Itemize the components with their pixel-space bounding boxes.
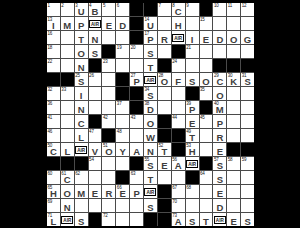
cell-r15c13[interactable]: D (213, 199, 226, 212)
cell-r9c11[interactable]: E (186, 115, 199, 128)
cell-r16c6[interactable] (116, 213, 129, 226)
cell-letter: O (102, 146, 115, 156)
cell-r3c6[interactable] (116, 31, 129, 44)
cell-r12c4[interactable]: 54 (89, 157, 102, 170)
cell-r16c5[interactable]: 72 (102, 213, 115, 226)
cell-r15c14[interactable] (227, 199, 240, 212)
cell-r15c6[interactable] (116, 199, 129, 212)
cell-r1c12 (200, 3, 213, 16)
cell-letter: M (75, 188, 88, 198)
cell-r1c15[interactable]: 12 (241, 3, 254, 16)
cell-r12c14[interactable]: 58 (227, 157, 240, 170)
cell-r2c13[interactable] (213, 17, 226, 30)
cell-letter: P (130, 76, 143, 86)
cell-r4c14[interactable] (227, 45, 240, 58)
cell-letter: B (89, 6, 102, 16)
cell-r13c4[interactable] (89, 171, 102, 184)
cell-letter: E (116, 188, 129, 198)
cell-r14c12[interactable] (200, 185, 213, 198)
cell-r7c2[interactable]: 33 (61, 87, 74, 100)
cell-r14c6[interactable]: 66E (116, 185, 129, 198)
cell-r9c6[interactable] (116, 115, 129, 128)
cell-r4c8[interactable]: S (144, 45, 157, 58)
cell-r13c15[interactable] (241, 171, 254, 184)
cell-r9c13[interactable]: P (213, 115, 226, 128)
cell-r10c8[interactable]: W (144, 129, 157, 142)
cell-r7c13[interactable]: O (213, 87, 226, 100)
cell-r12c13[interactable]: 57S (213, 157, 226, 170)
cell-r5c2[interactable] (61, 59, 74, 72)
cell-r6c5[interactable] (102, 73, 115, 86)
cell-r10c10 (172, 129, 185, 142)
cell-letter: D (213, 202, 226, 212)
cell-r7c10[interactable] (172, 87, 185, 100)
cell-r6c13[interactable]: 29C (213, 73, 226, 86)
cell-letter: M (61, 20, 74, 30)
cell-r1c2[interactable]: 2 (61, 3, 74, 16)
clue-number: 62 (75, 171, 80, 176)
cell-r3c8[interactable]: 17P (144, 31, 157, 44)
cell-r11c9[interactable]: 52T (158, 143, 171, 156)
cell-letter: O (200, 76, 213, 86)
cell-letter: L (47, 216, 60, 226)
clue-number: 16 (48, 31, 53, 36)
cell-letter: C (75, 118, 88, 128)
crossword-app: 123U4B5678C910111213IMPAIRED14UH1516TN17… (0, 0, 300, 228)
cell-r9c14[interactable] (227, 115, 240, 128)
cell-r12c11[interactable]: AIR (186, 157, 199, 170)
cell-r10c14[interactable] (227, 129, 240, 142)
cell-r15c5[interactable] (102, 199, 115, 212)
cell-r11c14 (227, 143, 240, 156)
cell-r2c1[interactable]: 13I (47, 17, 60, 30)
cell-r10c11[interactable]: 49T (186, 129, 199, 142)
cell-r12c10[interactable]: 56A (172, 157, 185, 170)
cell-r7c1[interactable]: 32 (47, 87, 60, 100)
cell-r8c2[interactable] (61, 101, 74, 114)
cell-r15c8[interactable]: S (144, 199, 157, 212)
cell-r12c12 (200, 157, 213, 170)
cell-letter: S (89, 48, 102, 58)
cell-r4c4[interactable]: S (89, 45, 102, 58)
cell-letter: S (75, 76, 88, 86)
cell-r11c5[interactable]: 51O (102, 143, 115, 156)
cell-r2c8[interactable]: 14U (144, 17, 157, 30)
cell-letter: O (158, 76, 171, 86)
cell-r3c9[interactable]: R (158, 31, 171, 44)
cell-r8c3[interactable]: N (75, 101, 88, 114)
cell-r4c15[interactable] (241, 45, 254, 58)
cell-r4c6[interactable]: 19 (116, 45, 129, 58)
cell-r2c6[interactable]: D (116, 17, 129, 30)
cell-r10c1[interactable]: 46 (47, 129, 60, 142)
cell-r11c8[interactable]: N (144, 143, 157, 156)
cell-r15c15[interactable] (241, 199, 254, 212)
cell-r14c14[interactable] (227, 185, 240, 198)
cell-r15c3[interactable] (75, 199, 88, 212)
clue-number: 58 (228, 157, 233, 162)
cell-r6c6 (116, 73, 129, 86)
cell-r5c7[interactable] (130, 59, 143, 72)
cell-r8c5[interactable] (102, 101, 115, 114)
cell-r14c11[interactable]: 68 (186, 185, 199, 198)
cell-r13c13[interactable]: S (213, 171, 226, 184)
cell-r16c15[interactable]: S (241, 213, 254, 226)
cell-r2c14[interactable] (227, 17, 240, 30)
cell-r7c5[interactable] (102, 87, 115, 100)
cell-r3c15[interactable]: G (241, 31, 254, 44)
clue-number: 21 (186, 45, 191, 50)
cell-r10c15[interactable] (241, 129, 254, 142)
cell-r10c6[interactable]: 48 (116, 129, 129, 142)
clue-number: 37 (117, 101, 122, 106)
cell-r7c8[interactable]: 34S (144, 87, 157, 100)
cell-r3c5[interactable] (102, 31, 115, 44)
cell-r14c2[interactable]: O (61, 185, 74, 198)
cell-r8c15[interactable] (241, 101, 254, 114)
cell-r3c10[interactable]: AIR (172, 31, 185, 44)
cell-r1c5[interactable]: 5 (102, 3, 115, 16)
cell-r4c1[interactable]: 18 (47, 45, 60, 58)
cell-r8c13[interactable]: 40M (213, 101, 226, 114)
cell-r1c6[interactable]: 6 (116, 3, 129, 16)
cell-r8c11[interactable]: 39P (186, 101, 199, 114)
cell-r2c5[interactable]: E (102, 17, 115, 30)
clue-number: 5 (103, 3, 105, 8)
cell-r6c12[interactable]: O (200, 73, 213, 86)
cell-r5c13 (213, 59, 226, 72)
clue-number: 9 (186, 3, 188, 8)
cell-letter: S (144, 160, 157, 170)
cell-letter: O (227, 34, 240, 44)
cell-r5c11[interactable] (186, 59, 199, 72)
cell-r13c2[interactable]: 61C (61, 171, 74, 184)
cell-letter: E (213, 188, 226, 198)
cell-r7c14[interactable] (227, 87, 240, 100)
cell-letter: C (213, 76, 226, 86)
cell-r6c10[interactable]: F (172, 73, 185, 86)
cell-letter: C (47, 146, 60, 156)
cell-r13c3[interactable]: 62 (75, 171, 88, 184)
cell-r16c9 (158, 213, 171, 226)
cell-r7c7 (130, 87, 143, 100)
cell-r1c11[interactable]: 9 (186, 3, 199, 16)
cell-r16c1[interactable]: 71L (47, 213, 60, 226)
cell-r6c11[interactable]: S (186, 73, 199, 86)
cell-r14c10[interactable]: 67 (172, 185, 185, 198)
cell-r12c7 (130, 157, 143, 170)
cell-r6c4[interactable]: 26 (89, 73, 102, 86)
cell-r16c14[interactable]: E (227, 213, 240, 226)
cell-r9c8[interactable]: O (144, 115, 157, 128)
cell-letter: E (200, 34, 213, 44)
cell-r12c6[interactable] (116, 157, 129, 170)
cell-r6c9[interactable]: 28O (158, 73, 171, 86)
cell-r7c9[interactable] (158, 87, 171, 100)
cell-r13c6 (116, 171, 129, 184)
cell-r6c7[interactable]: 27P (130, 73, 143, 86)
cell-r14c1[interactable]: 65H (47, 185, 60, 198)
cell-r14c8[interactable]: AIR (144, 185, 157, 198)
clue-number: 33 (61, 87, 66, 92)
cell-r9c10[interactable]: 44 (172, 115, 185, 128)
clue-number: 23 (103, 59, 108, 64)
cell-r9c7[interactable]: 43 (130, 115, 143, 128)
clue-number: 70 (172, 199, 177, 204)
cell-r10c2[interactable] (61, 129, 74, 142)
clue-number: 43 (131, 115, 136, 120)
cell-r1c1[interactable]: 1 (47, 3, 60, 16)
cell-r1c8 (144, 3, 157, 16)
cell-letter: N (89, 34, 102, 44)
cell-letter: L (61, 146, 74, 156)
cell-r13c10[interactable] (172, 171, 185, 184)
cell-r10c13[interactable]: R (213, 129, 226, 142)
cell-r14c9 (158, 185, 171, 198)
cell-r5c4 (89, 59, 102, 72)
cell-r4c13[interactable] (213, 45, 226, 58)
cell-r11c1[interactable]: 50C (47, 143, 60, 156)
cell-r5c1[interactable]: 22 (47, 59, 60, 72)
cell-r2c2[interactable]: M (61, 17, 74, 30)
cell-r11c2[interactable]: L (61, 143, 74, 156)
cell-r8c4[interactable] (89, 101, 102, 114)
cell-r9c2[interactable] (61, 115, 74, 128)
cell-letter: U (75, 6, 88, 16)
clue-number: 22 (48, 59, 53, 64)
cell-r8c1[interactable]: 36 (47, 101, 60, 114)
cell-r4c10 (172, 45, 185, 58)
cell-r8c10[interactable] (172, 101, 185, 114)
cell-r11c10 (172, 143, 185, 156)
cell-r10c7[interactable] (130, 129, 143, 142)
cell-r7c15[interactable] (241, 87, 254, 100)
cell-r5c9 (158, 59, 171, 72)
cell-r2c12[interactable]: 15 (200, 17, 213, 30)
cell-r3c3[interactable]: T (75, 31, 88, 44)
cell-r1c3[interactable]: 3U (75, 3, 88, 16)
cell-r15c9 (158, 199, 171, 212)
cell-r12c3 (75, 157, 88, 170)
cell-r13c1[interactable]: 60 (47, 171, 60, 184)
cell-r15c1[interactable]: 69 (47, 199, 60, 212)
cell-r15c7[interactable] (130, 199, 143, 212)
cell-letter: O (144, 118, 157, 128)
cell-r11c7[interactable]: A (130, 143, 143, 156)
cell-letter: N (75, 62, 88, 72)
air-rebus-box: AIR (214, 216, 226, 224)
cell-r3c13[interactable]: D (213, 31, 226, 44)
clue-number: 6 (117, 3, 119, 8)
clue-number: 60 (48, 171, 53, 176)
cell-r3c2[interactable] (61, 31, 74, 44)
cell-r3c11[interactable]: I (186, 31, 199, 44)
cell-letter: H (186, 146, 199, 156)
clue-number: 69 (48, 199, 53, 204)
air-rebus-box: AIR (89, 20, 101, 28)
cell-r5c14 (227, 59, 240, 72)
cell-r7c6 (116, 87, 129, 100)
cell-r8c7 (130, 101, 143, 114)
cell-r13c9[interactable] (158, 171, 171, 184)
cell-r5c5[interactable]: 23 (102, 59, 115, 72)
cell-r13c5[interactable] (102, 171, 115, 184)
cell-r11c6[interactable]: Y (116, 143, 129, 156)
cell-r2c11[interactable] (186, 17, 199, 30)
cell-letter: I (75, 90, 88, 100)
cell-r8c14[interactable] (227, 101, 240, 114)
cell-r14c4[interactable]: E (89, 185, 102, 198)
cell-r3c12[interactable]: E (200, 31, 213, 44)
cell-r6c8[interactable]: AIR (144, 73, 157, 86)
clue-number: 26 (89, 73, 94, 78)
cell-r15c12[interactable] (200, 199, 213, 212)
cell-r11c13[interactable]: E (213, 143, 226, 156)
clue-number: 11 (228, 3, 232, 8)
cell-r14c3[interactable]: M (75, 185, 88, 198)
cell-r12c1 (47, 157, 60, 170)
cell-r12c2 (61, 157, 74, 170)
cell-letter: E (227, 216, 240, 226)
cell-r15c2[interactable]: N (61, 199, 74, 212)
cell-r16c2[interactable]: AIR (61, 213, 74, 226)
cell-r16c8 (144, 213, 157, 226)
cell-r9c3[interactable]: C (75, 115, 88, 128)
cell-r3c14[interactable]: O (227, 31, 240, 44)
cell-r6c2 (61, 73, 74, 86)
cell-r11c3[interactable]: AIR (75, 143, 88, 156)
cell-r10c3[interactable]: L (75, 129, 88, 142)
cell-r13c14[interactable] (227, 171, 240, 184)
cell-r2c4[interactable]: AIR (89, 17, 102, 30)
cell-r5c10[interactable]: 24 (172, 59, 185, 72)
cell-r14c5[interactable]: R (102, 185, 115, 198)
cell-r7c12[interactable]: 35 (200, 87, 213, 100)
cell-r15c10[interactable]: 70 (172, 199, 185, 212)
cell-r16c10[interactable]: 73A (172, 213, 185, 226)
clue-number: 18 (48, 45, 53, 50)
clue-number: 68 (186, 185, 191, 190)
cell-letter: D (144, 104, 157, 114)
cell-r10c12[interactable] (200, 129, 213, 142)
cell-r7c4[interactable] (89, 87, 102, 100)
cell-letter: T (75, 34, 88, 44)
cell-r5c15 (241, 59, 254, 72)
air-rebus-box: AIR (172, 34, 184, 42)
cell-r8c8[interactable]: 38D (144, 101, 157, 114)
cell-r12c15[interactable]: 59 (241, 157, 254, 170)
cell-r7c3[interactable]: I (75, 87, 88, 100)
cell-r6c14[interactable]: 30K (227, 73, 240, 86)
cell-r4c2[interactable] (61, 45, 74, 58)
cell-r1c14[interactable]: 11 (227, 3, 240, 16)
cell-r1c13[interactable]: 10 (213, 3, 226, 16)
cell-r13c8[interactable]: T (144, 171, 157, 184)
cell-r4c3[interactable]: O (75, 45, 88, 58)
cell-r14c13[interactable]: E (213, 185, 226, 198)
cell-r5c12[interactable] (200, 59, 213, 72)
cell-r9c5[interactable]: 42 (102, 115, 115, 128)
cell-r3c1[interactable]: 16 (47, 31, 60, 44)
cell-r6c15[interactable]: 31S (241, 73, 254, 86)
cell-r9c12[interactable]: 45 (200, 115, 213, 128)
cell-r8c12 (200, 101, 213, 114)
cell-r11c11[interactable]: 53H (186, 143, 199, 156)
air-rebus-box: AIR (145, 76, 157, 84)
cell-r12c8[interactable]: 55S (144, 157, 157, 170)
clue-number: 20 (131, 45, 136, 50)
cell-r16c7[interactable] (130, 213, 143, 226)
cell-r3c4[interactable]: N (89, 31, 102, 44)
air-rebus-box: AIR (186, 160, 198, 168)
cell-r10c4[interactable]: 47 (89, 129, 102, 142)
cell-r8c9[interactable] (158, 101, 171, 114)
cell-letter: H (172, 20, 185, 30)
cell-letter: G (241, 34, 254, 44)
cell-r15c4[interactable] (89, 199, 102, 212)
cell-r16c12[interactable]: T (200, 213, 213, 226)
clue-number: 19 (117, 45, 122, 50)
cell-r5c8[interactable]: T (144, 59, 157, 72)
cell-r4c7[interactable]: 20 (130, 45, 143, 58)
cell-r9c15[interactable] (241, 115, 254, 128)
cell-r1c9[interactable]: 7 (158, 3, 171, 16)
cell-r16c11[interactable]: S (186, 213, 199, 226)
cell-r2c9[interactable] (158, 17, 171, 30)
cell-letter: R (102, 188, 115, 198)
cell-r16c3[interactable]: S (75, 213, 88, 226)
cell-r12c5[interactable] (102, 157, 115, 170)
cell-letter: E (158, 160, 171, 170)
cell-r9c1[interactable]: 41 (47, 115, 60, 128)
cell-r13c7[interactable]: 63 (130, 171, 143, 184)
cell-r6c3[interactable]: 25S (75, 73, 88, 86)
cell-r14c15[interactable] (241, 185, 254, 198)
cell-r14c7[interactable]: P (130, 185, 143, 198)
cell-r6c1 (47, 73, 60, 86)
cell-r16c13[interactable]: AIR (213, 213, 226, 226)
cell-r2c10[interactable]: H (172, 17, 185, 30)
cell-r5c3[interactable]: N (75, 59, 88, 72)
cell-r4c9[interactable] (158, 45, 171, 58)
cell-r8c6[interactable]: 37 (116, 101, 129, 114)
cell-r1c4[interactable]: 4B (89, 3, 102, 16)
cell-r4c11[interactable]: 21 (186, 45, 199, 58)
cell-letter: S (186, 216, 199, 226)
cell-r11c4[interactable]: V (89, 143, 102, 156)
cell-r4c12[interactable] (200, 45, 213, 58)
clue-number: 15 (200, 17, 205, 22)
cell-r2c3[interactable]: P (75, 17, 88, 30)
cell-r4c5 (102, 45, 115, 58)
cell-r2c7 (130, 17, 143, 30)
cell-letter: O (213, 90, 226, 100)
clue-number: 7 (158, 3, 160, 8)
clue-number: 59 (242, 157, 247, 162)
cell-letter: C (172, 6, 185, 16)
air-rebus-box: AIR (145, 188, 157, 196)
cell-r12c9[interactable]: E (158, 157, 171, 170)
cell-r2c15[interactable] (241, 17, 254, 30)
cell-r1c10[interactable]: 8C (172, 3, 185, 16)
cell-r15c11[interactable] (186, 199, 199, 212)
cell-r3c7 (130, 31, 143, 44)
cell-r11c12[interactable] (200, 143, 213, 156)
cell-letter: S (186, 76, 199, 86)
cell-r13c12[interactable]: 64 (200, 171, 213, 184)
clue-number: 48 (117, 129, 122, 134)
cell-r5c6[interactable] (116, 59, 129, 72)
